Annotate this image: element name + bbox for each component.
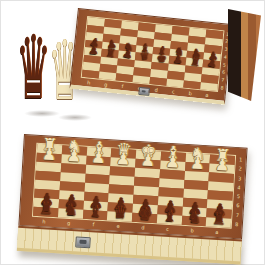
- folded-board-back-flap: [228, 8, 261, 101]
- piece-light-knight: ♞: [190, 145, 206, 163]
- rank-label: 8: [220, 85, 224, 93]
- square-a8: ♜: [206, 217, 231, 227]
- file-label: f: [114, 83, 131, 90]
- piece-light-knight: ♞: [66, 138, 82, 156]
- rank-label: 7: [235, 211, 239, 220]
- piece-light-bishop: ♝: [91, 139, 107, 157]
- file-label: e: [106, 223, 131, 230]
- rank-label: 4: [237, 183, 241, 192]
- file-label: h: [32, 219, 57, 226]
- folded-board-clasp: [138, 87, 150, 96]
- square-f8: ♝: [82, 210, 107, 220]
- file-label: h: [80, 80, 97, 87]
- folded-board-frame: ♟♟♞♝♝♞♟♟♟♜♟♛♚♟♜♟ hgfedcba 12345678: [70, 8, 234, 105]
- rank-label: 1: [239, 155, 243, 164]
- square-c8: ♝: [157, 214, 182, 224]
- standing-dark-queen-piece: ♛: [16, 24, 51, 112]
- folded-chess-board: ♟♟♞♝♝♞♟♟♟♜♟♛♚♟♜♟ hgfedcba 12345678: [70, 8, 234, 105]
- file-label: g: [56, 220, 81, 227]
- rank-label: 3: [238, 174, 242, 183]
- square-g8: [99, 71, 117, 80]
- square-h8: [82, 69, 100, 78]
- square-d8: [149, 76, 167, 85]
- square-b8: [183, 80, 201, 89]
- main-board-grid: ♜♞♝♛♚♝♞♜♟♟♟♟♟♟♟♟♟♟♟♟♟♟♟♟♜♞♝♛♚♝♞♜: [32, 143, 236, 229]
- file-label: g: [97, 81, 114, 88]
- square-f8: [116, 73, 134, 82]
- square-e8: [133, 75, 151, 84]
- main-board-clasp: [75, 236, 91, 248]
- square-h8: ♜: [33, 207, 58, 217]
- file-label: b: [181, 90, 198, 97]
- square-g8: ♞: [58, 208, 83, 218]
- file-label: d: [130, 225, 155, 232]
- square-e8: ♛: [107, 211, 132, 221]
- file-label: c: [165, 89, 182, 96]
- piece-light-bishop: ♝: [165, 144, 181, 162]
- file-label: a: [198, 92, 215, 99]
- main-chess-board: ♜♞♝♛♚♝♞♜♟♟♟♟♟♟♟♟♟♟♟♟♟♟♟♟♜♞♝♛♚♝♞♜ hgfedcb…: [17, 134, 248, 264]
- folded-board-grid: ♟♟♞♝♝♞♟♟♟♜♟♛♚♟♜♟: [81, 16, 225, 92]
- rank-label: 8: [235, 220, 239, 229]
- file-label: b: [180, 228, 205, 235]
- file-label: f: [81, 222, 106, 229]
- square-a8: [200, 82, 218, 91]
- main-board-rank-labels: 12345678: [235, 155, 243, 229]
- piece-light-rook: ♜: [215, 147, 231, 165]
- square-c8: [166, 78, 184, 87]
- file-label: d: [148, 87, 165, 94]
- file-label: a: [204, 229, 229, 236]
- square-b8: ♞: [181, 216, 206, 226]
- rank-label: 5: [237, 192, 241, 201]
- file-label: c: [155, 226, 180, 233]
- square-d8: ♚: [132, 213, 157, 223]
- main-board-frame: ♜♞♝♛♚♝♞♜♟♟♟♟♟♟♟♟♟♟♟♟♟♟♟♟♜♞♝♛♚♝♞♜ hgfedcb…: [18, 134, 247, 240]
- piece-light-queen: ♛: [116, 141, 132, 159]
- piece-light-king: ♚: [140, 142, 156, 160]
- piece-light-rook: ♜: [42, 136, 58, 154]
- rank-label: 2: [238, 164, 242, 173]
- rank-label: 6: [236, 201, 240, 210]
